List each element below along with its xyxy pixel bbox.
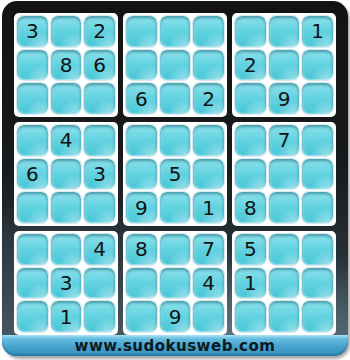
cell-r7c1[interactable]: [17, 234, 48, 265]
cell-r5c4[interactable]: [126, 159, 157, 190]
cell-r9c5[interactable]: 9: [160, 301, 191, 332]
cell-r1c8[interactable]: [269, 16, 300, 47]
cell-r6c8[interactable]: [269, 192, 300, 223]
cell-r9c6[interactable]: [193, 301, 224, 332]
cell-r2c1[interactable]: [17, 50, 48, 81]
cell-r2c4[interactable]: [126, 50, 157, 81]
cell-r5c7[interactable]: [235, 159, 266, 190]
cell-r5c8[interactable]: [269, 159, 300, 190]
block-r3c3: 51: [232, 231, 336, 335]
cell-r5c5[interactable]: 5: [160, 159, 191, 190]
cell-r4c4[interactable]: [126, 125, 157, 156]
cell-r8c7[interactable]: 1: [235, 268, 266, 299]
cell-r3c6[interactable]: 2: [193, 83, 224, 114]
cell-r2c8[interactable]: [269, 50, 300, 81]
cell-r1c1[interactable]: 3: [17, 16, 48, 47]
cell-r1c9[interactable]: 1: [302, 16, 333, 47]
cell-r6c5[interactable]: [160, 192, 191, 223]
cell-r9c2[interactable]: 1: [51, 301, 82, 332]
cell-r7c5[interactable]: [160, 234, 191, 265]
website-link[interactable]: www.sudokusweb.com: [75, 337, 276, 355]
cell-r9c3[interactable]: [84, 301, 115, 332]
cell-r6c6[interactable]: 1: [193, 192, 224, 223]
cell-r6c9[interactable]: [302, 192, 333, 223]
cell-r3c7[interactable]: [235, 83, 266, 114]
cell-r8c6[interactable]: 4: [193, 268, 224, 299]
cell-r4c3[interactable]: [84, 125, 115, 156]
cell-r7c8[interactable]: [269, 234, 300, 265]
cell-r8c9[interactable]: [302, 268, 333, 299]
cell-r9c4[interactable]: [126, 301, 157, 332]
cell-r5c1[interactable]: 6: [17, 159, 48, 190]
cell-r6c3[interactable]: [84, 192, 115, 223]
block-r3c1: 431: [14, 231, 118, 335]
block-r2c1: 463: [14, 122, 118, 226]
sudoku-frame: 32866212946359178431874951 www.sudokuswe…: [2, 1, 348, 356]
cell-r6c1[interactable]: [17, 192, 48, 223]
cell-r2c6[interactable]: [193, 50, 224, 81]
cell-r9c7[interactable]: [235, 301, 266, 332]
cell-r8c5[interactable]: [160, 268, 191, 299]
cell-r5c3[interactable]: 3: [84, 159, 115, 190]
footer-bar: www.sudokusweb.com: [2, 335, 348, 356]
cell-r8c1[interactable]: [17, 268, 48, 299]
cell-r3c5[interactable]: [160, 83, 191, 114]
cell-r5c2[interactable]: [51, 159, 82, 190]
block-r1c1: 3286: [14, 13, 118, 117]
cell-r7c2[interactable]: [51, 234, 82, 265]
block-r2c3: 78: [232, 122, 336, 226]
cell-r1c2[interactable]: [51, 16, 82, 47]
cell-r3c8[interactable]: 9: [269, 83, 300, 114]
cell-r3c4[interactable]: 6: [126, 83, 157, 114]
cell-r1c3[interactable]: 2: [84, 16, 115, 47]
sudoku-board: 32866212946359178431874951: [14, 13, 336, 335]
cell-r2c7[interactable]: 2: [235, 50, 266, 81]
cell-r1c4[interactable]: [126, 16, 157, 47]
block-r1c2: 62: [123, 13, 227, 117]
page: 32866212946359178431874951 www.sudokuswe…: [0, 0, 350, 360]
cell-r6c2[interactable]: [51, 192, 82, 223]
cell-r3c1[interactable]: [17, 83, 48, 114]
cell-r7c4[interactable]: 8: [126, 234, 157, 265]
cell-r4c2[interactable]: 4: [51, 125, 82, 156]
cell-r9c9[interactable]: [302, 301, 333, 332]
cell-r3c2[interactable]: [51, 83, 82, 114]
cell-r4c9[interactable]: [302, 125, 333, 156]
cell-r6c7[interactable]: 8: [235, 192, 266, 223]
cell-r1c5[interactable]: [160, 16, 191, 47]
cell-r8c4[interactable]: [126, 268, 157, 299]
cell-r4c1[interactable]: [17, 125, 48, 156]
block-r3c2: 8749: [123, 231, 227, 335]
cell-r5c6[interactable]: [193, 159, 224, 190]
cell-r7c6[interactable]: 7: [193, 234, 224, 265]
cell-r9c1[interactable]: [17, 301, 48, 332]
cell-r4c8[interactable]: 7: [269, 125, 300, 156]
cell-r4c7[interactable]: [235, 125, 266, 156]
cell-r8c8[interactable]: [269, 268, 300, 299]
cell-r8c2[interactable]: 3: [51, 268, 82, 299]
block-r1c3: 129: [232, 13, 336, 117]
cell-r9c8[interactable]: [269, 301, 300, 332]
cell-r4c5[interactable]: [160, 125, 191, 156]
cell-r7c3[interactable]: 4: [84, 234, 115, 265]
cell-r7c7[interactable]: 5: [235, 234, 266, 265]
cell-r2c5[interactable]: [160, 50, 191, 81]
cell-r1c7[interactable]: [235, 16, 266, 47]
cell-r8c3[interactable]: [84, 268, 115, 299]
cell-r1c6[interactable]: [193, 16, 224, 47]
cell-r6c4[interactable]: 9: [126, 192, 157, 223]
cell-r3c3[interactable]: [84, 83, 115, 114]
cell-r7c9[interactable]: [302, 234, 333, 265]
cell-r5c9[interactable]: [302, 159, 333, 190]
cell-r4c6[interactable]: [193, 125, 224, 156]
cell-r2c3[interactable]: 6: [84, 50, 115, 81]
cell-r3c9[interactable]: [302, 83, 333, 114]
cell-r2c9[interactable]: [302, 50, 333, 81]
cell-r2c2[interactable]: 8: [51, 50, 82, 81]
block-r2c2: 591: [123, 122, 227, 226]
